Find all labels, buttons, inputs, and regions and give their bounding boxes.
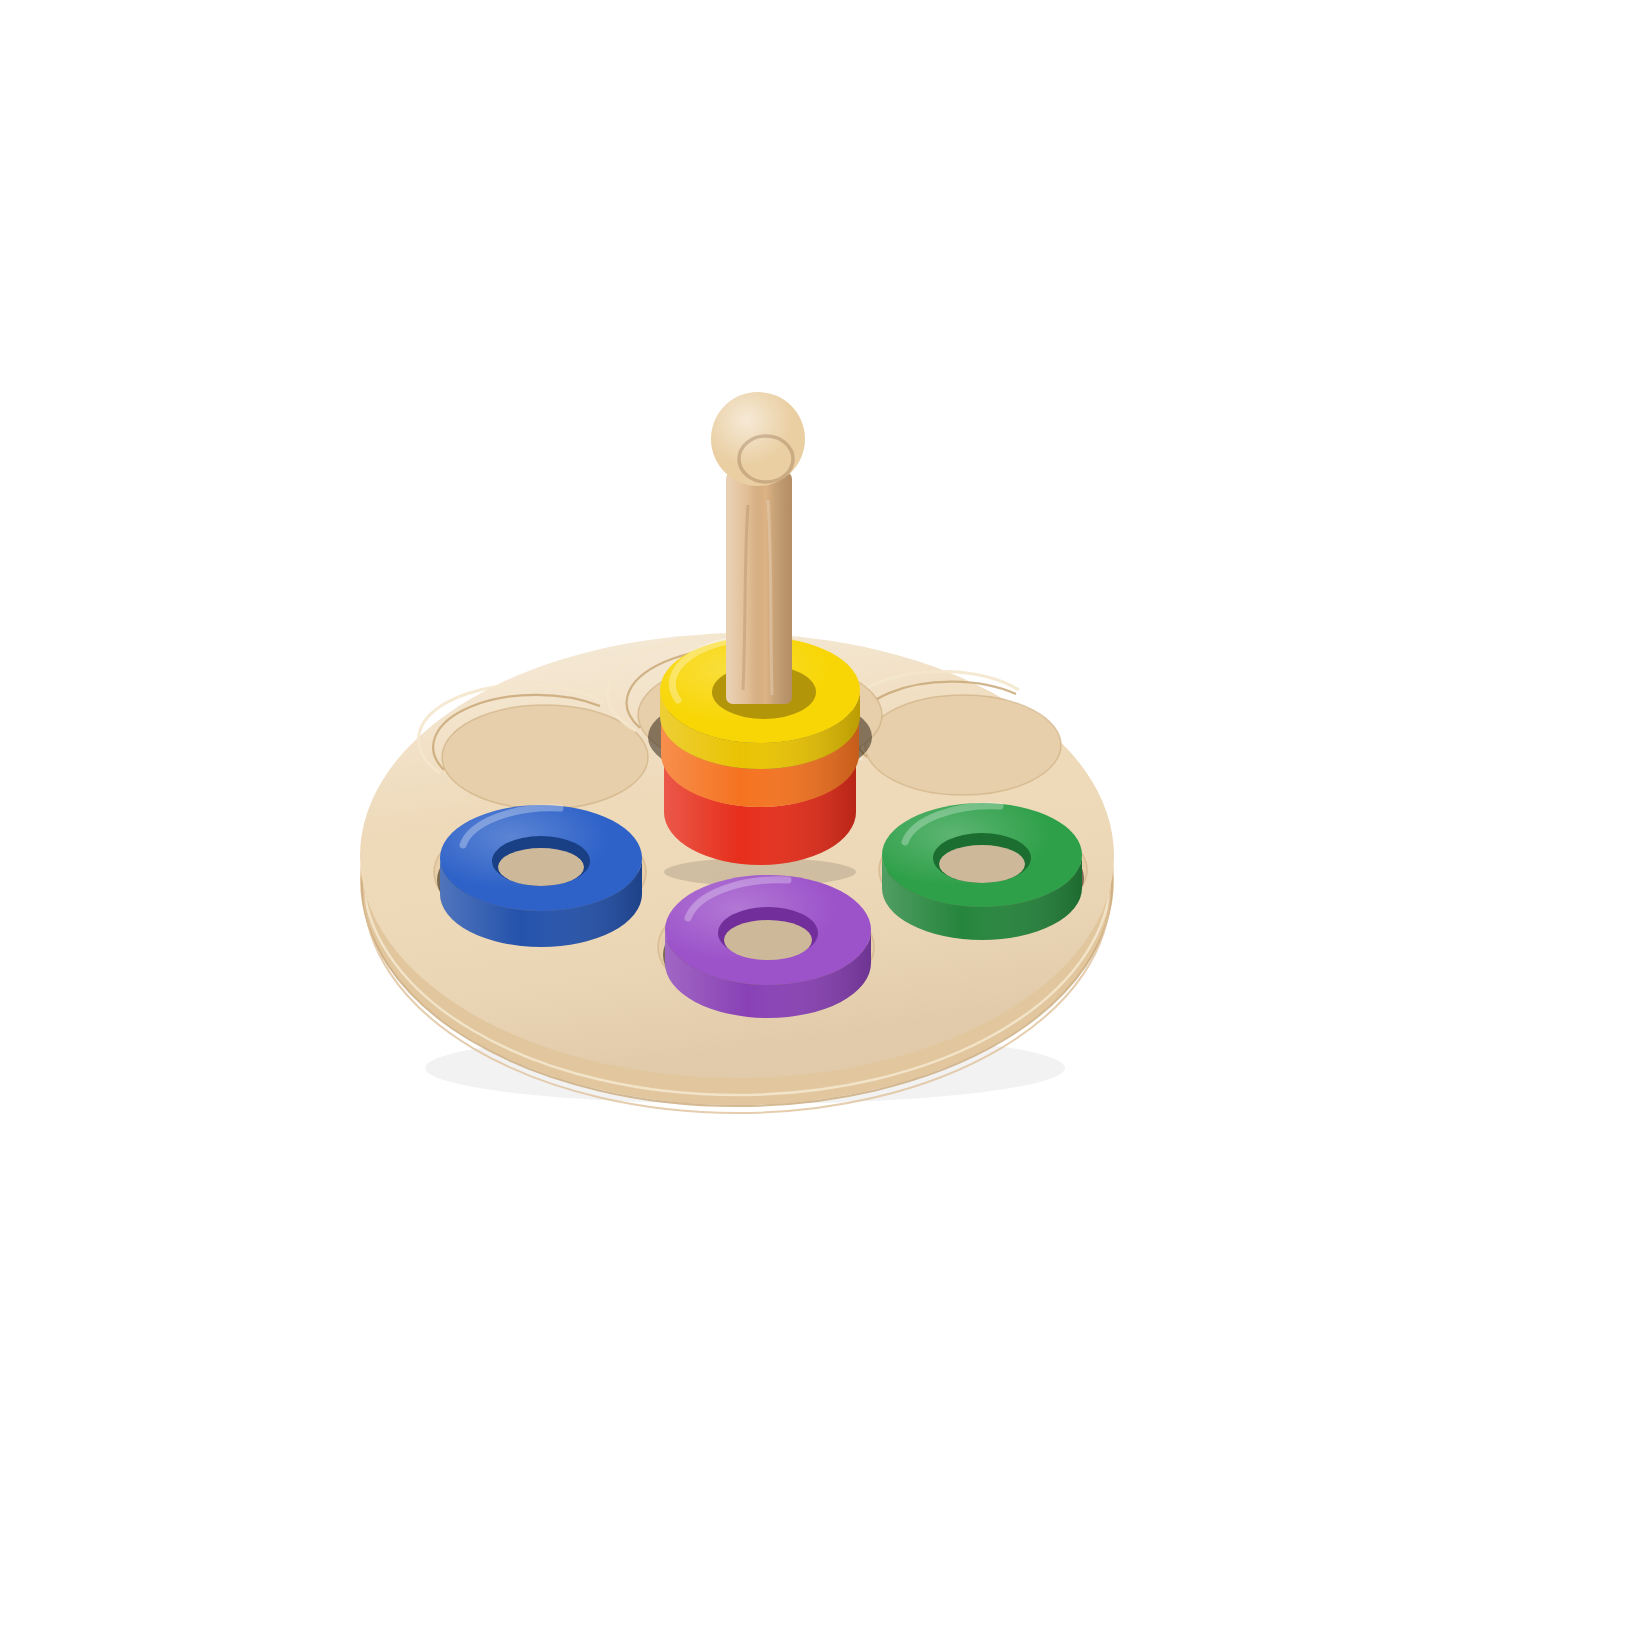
- ring-blue-hole-floor: [498, 848, 584, 886]
- photo-stage: [0, 0, 1650, 1650]
- ring-purple-hole-floor: [724, 920, 812, 960]
- ring-green-hole-floor: [939, 845, 1025, 883]
- ring-green: [882, 803, 1082, 940]
- peg-shaft-shading: [726, 472, 792, 704]
- ring-purple: [665, 875, 871, 1018]
- peg-knob-sheen: [711, 392, 805, 486]
- ring-stacker-photo: [0, 0, 1650, 1650]
- ring-blue: [440, 805, 642, 947]
